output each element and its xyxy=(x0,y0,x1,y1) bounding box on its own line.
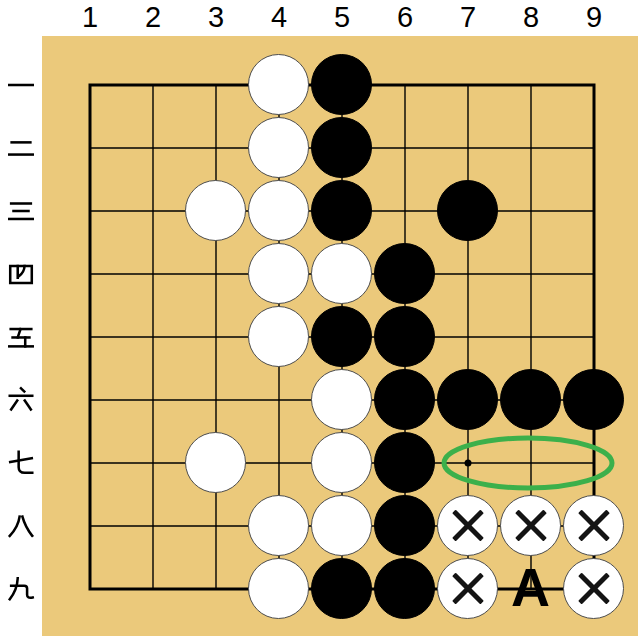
white-stone xyxy=(311,369,372,430)
point-1-8[interactable] xyxy=(58,494,121,557)
white-stone xyxy=(248,558,309,619)
point-4-3[interactable] xyxy=(247,179,310,242)
point-8-3[interactable] xyxy=(499,179,562,242)
x-mark-icon xyxy=(574,506,614,546)
black-stone xyxy=(500,369,561,430)
white-stone xyxy=(311,243,372,304)
white-stone xyxy=(563,495,624,556)
white-stone xyxy=(248,117,309,178)
point-3-4[interactable] xyxy=(184,242,247,305)
point-2-7[interactable] xyxy=(121,431,184,494)
x-mark-icon xyxy=(511,506,551,546)
point-3-6[interactable] xyxy=(184,368,247,431)
point-5-3[interactable] xyxy=(310,179,373,242)
point-3-5[interactable] xyxy=(184,305,247,368)
white-stone xyxy=(248,243,309,304)
col-label-9: 9 xyxy=(586,3,602,32)
point-7-5[interactable] xyxy=(436,305,499,368)
point-3-1[interactable] xyxy=(184,53,247,116)
point-2-1[interactable] xyxy=(121,53,184,116)
point-1-5[interactable] xyxy=(58,305,121,368)
point-4-4[interactable] xyxy=(247,242,310,305)
point-4-2[interactable] xyxy=(247,116,310,179)
black-stone xyxy=(437,369,498,430)
black-stone xyxy=(563,369,624,430)
col-label-6: 6 xyxy=(397,3,413,32)
black-stone xyxy=(311,54,372,115)
point-8-6[interactable] xyxy=(499,368,562,431)
point-8-1[interactable] xyxy=(499,53,562,116)
white-stone xyxy=(500,495,561,556)
point-7-9[interactable] xyxy=(436,557,499,620)
point-1-1[interactable] xyxy=(58,53,121,116)
point-6-9[interactable] xyxy=(373,557,436,620)
point-3-8[interactable] xyxy=(184,494,247,557)
col-label-2: 2 xyxy=(145,3,161,32)
white-stone xyxy=(311,495,372,556)
point-4-6[interactable] xyxy=(247,368,310,431)
point-7-7[interactable] xyxy=(436,431,499,494)
black-stone xyxy=(311,117,372,178)
point-7-3[interactable] xyxy=(436,179,499,242)
col-label-4: 4 xyxy=(271,3,287,32)
point-2-2[interactable] xyxy=(121,116,184,179)
black-stone xyxy=(374,558,435,619)
point-6-4[interactable] xyxy=(373,242,436,305)
col-label-5: 5 xyxy=(334,3,350,32)
point-6-3[interactable] xyxy=(373,179,436,242)
point-2-9[interactable] xyxy=(121,557,184,620)
black-stone xyxy=(437,180,498,241)
point-4-5[interactable] xyxy=(247,305,310,368)
point-6-2[interactable] xyxy=(373,116,436,179)
x-mark-icon xyxy=(448,506,488,546)
white-stone xyxy=(248,54,309,115)
point-3-9[interactable] xyxy=(184,557,247,620)
point-7-2[interactable] xyxy=(436,116,499,179)
white-stone xyxy=(248,180,309,241)
point-9-6[interactable] xyxy=(562,368,625,431)
point-9-4[interactable] xyxy=(562,242,625,305)
point-9-1[interactable] xyxy=(562,53,625,116)
white-stone xyxy=(563,558,624,619)
black-stone xyxy=(311,306,372,367)
point-6-1[interactable] xyxy=(373,53,436,116)
black-stone xyxy=(311,180,372,241)
point-1-6[interactable] xyxy=(58,368,121,431)
row-label-1 xyxy=(6,70,36,100)
point-5-2[interactable] xyxy=(310,116,373,179)
white-stone xyxy=(185,180,246,241)
white-stone xyxy=(437,558,498,619)
col-label-1: 1 xyxy=(82,3,98,32)
row-label-3 xyxy=(6,196,36,226)
point-6-7[interactable] xyxy=(373,431,436,494)
point-4-1[interactable] xyxy=(247,53,310,116)
go-board: A xyxy=(58,53,625,620)
point-5-1[interactable] xyxy=(310,53,373,116)
point-6-5[interactable] xyxy=(373,305,436,368)
col-label-7: 7 xyxy=(460,3,476,32)
point-6-6[interactable] xyxy=(373,368,436,431)
row-label-7 xyxy=(6,448,36,478)
black-stone xyxy=(374,369,435,430)
point-9-7[interactable] xyxy=(562,431,625,494)
row-label-6 xyxy=(6,385,36,415)
point-2-4[interactable] xyxy=(121,242,184,305)
point-5-7[interactable] xyxy=(310,431,373,494)
point-7-8[interactable] xyxy=(436,494,499,557)
point-7-6[interactable] xyxy=(436,368,499,431)
point-3-2[interactable] xyxy=(184,116,247,179)
point-8-4[interactable] xyxy=(499,242,562,305)
point-5-8[interactable] xyxy=(310,494,373,557)
point-4-9[interactable] xyxy=(247,557,310,620)
white-stone xyxy=(248,495,309,556)
black-stone xyxy=(374,243,435,304)
point-3-3[interactable] xyxy=(184,179,247,242)
point-7-1[interactable] xyxy=(436,53,499,116)
point-7-4[interactable] xyxy=(436,242,499,305)
point-8-7[interactable] xyxy=(499,431,562,494)
point-1-2[interactable] xyxy=(58,116,121,179)
point-2-8[interactable] xyxy=(121,494,184,557)
white-stone xyxy=(437,495,498,556)
white-stone xyxy=(311,432,372,493)
point-9-3[interactable] xyxy=(562,179,625,242)
point-1-9[interactable] xyxy=(58,557,121,620)
point-1-3[interactable] xyxy=(58,179,121,242)
point-4-7[interactable] xyxy=(247,431,310,494)
black-stone xyxy=(374,306,435,367)
row-label-2 xyxy=(6,133,36,163)
col-label-8: 8 xyxy=(523,3,539,32)
point-1-7[interactable] xyxy=(58,431,121,494)
point-5-5[interactable] xyxy=(310,305,373,368)
col-label-3: 3 xyxy=(208,3,224,32)
point-2-6[interactable] xyxy=(121,368,184,431)
row-label-5 xyxy=(6,322,36,352)
point-8-2[interactable] xyxy=(499,116,562,179)
point-5-9[interactable] xyxy=(310,557,373,620)
point-4-8[interactable] xyxy=(247,494,310,557)
x-mark-icon xyxy=(448,569,488,609)
point-label-a: A xyxy=(511,560,550,614)
point-8-8[interactable] xyxy=(499,494,562,557)
black-stone xyxy=(374,495,435,556)
point-8-5[interactable] xyxy=(499,305,562,368)
go-diagram: 123456789 A xyxy=(0,0,638,636)
x-mark-icon xyxy=(574,569,614,609)
point-2-3[interactable] xyxy=(121,179,184,242)
point-5-6[interactable] xyxy=(310,368,373,431)
row-label-9 xyxy=(6,574,36,604)
point-9-5[interactable] xyxy=(562,305,625,368)
black-stone xyxy=(374,432,435,493)
black-stone xyxy=(311,558,372,619)
point-8-9[interactable]: A xyxy=(499,557,562,620)
point-9-8[interactable] xyxy=(562,494,625,557)
point-3-7[interactable] xyxy=(184,431,247,494)
point-6-8[interactable] xyxy=(373,494,436,557)
white-stone xyxy=(248,306,309,367)
point-9-2[interactable] xyxy=(562,116,625,179)
row-label-8 xyxy=(6,511,36,541)
point-1-4[interactable] xyxy=(58,242,121,305)
point-5-4[interactable] xyxy=(310,242,373,305)
row-label-4 xyxy=(6,259,36,289)
point-2-5[interactable] xyxy=(121,305,184,368)
white-stone xyxy=(185,432,246,493)
point-9-9[interactable] xyxy=(562,557,625,620)
